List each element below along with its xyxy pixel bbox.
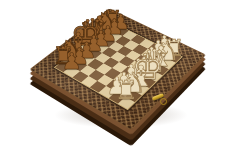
tilted-box: [56, 0, 182, 125]
brass-clasp: [151, 91, 168, 106]
chess-set-photo: ♜♟♟♜♞♟♟♞♝♟♟♝♛♟♟♛♚♟♟♚♝♟♟♝♞♟♟♞♜♟♟♜: [0, 0, 240, 150]
chess-box-lid: [29, 8, 206, 130]
clasp-hook-icon: [160, 98, 167, 105]
